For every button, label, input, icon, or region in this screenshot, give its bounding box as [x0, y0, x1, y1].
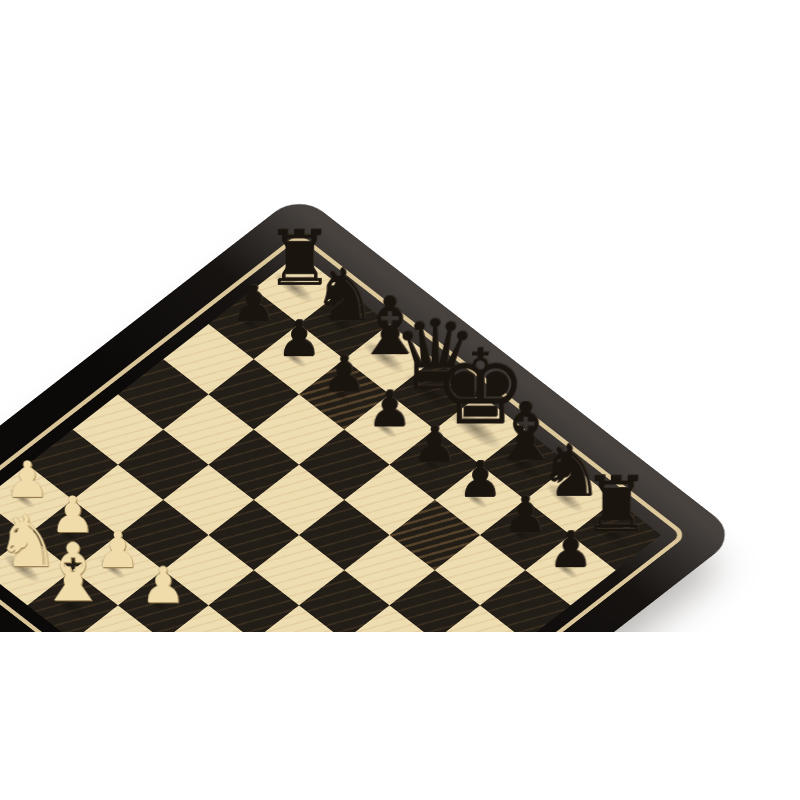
- photo-background: ♜♞♝♛♚♝♞♜♟♟♟♟♟♟♟♟♟♟♟♟♜♞♝: [0, 0, 800, 800]
- photo-crop-strip: [0, 632, 800, 800]
